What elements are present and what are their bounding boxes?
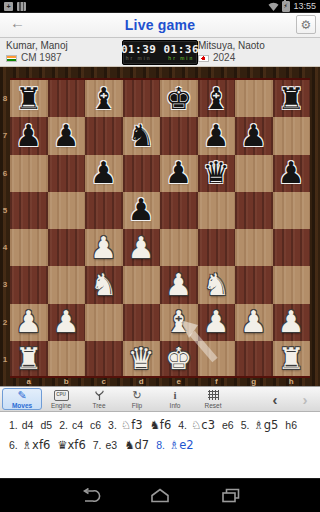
- gear-icon: ⚙: [301, 19, 312, 31]
- file-label-b: b: [48, 378, 86, 386]
- game-clock: 01:39 hr min 01:36 hr min: [122, 40, 198, 65]
- piece-white-P-b2: ♟: [53, 307, 80, 337]
- file-label-f: f: [198, 378, 236, 386]
- piece-black-P-a7: ♟: [15, 121, 42, 151]
- move-token[interactable]: 8.: [156, 439, 165, 451]
- move-token[interactable]: 3.: [108, 419, 117, 431]
- move-line-2: 6.♗xf6♛xf67.e3♞d78.♗e2: [9, 439, 320, 452]
- square-e7[interactable]: [160, 117, 198, 154]
- square-c4[interactable]: ♟: [85, 229, 123, 266]
- piece-white-P-h2: ♟: [278, 307, 305, 337]
- file-labels: abcdefgh: [10, 376, 310, 386]
- piece-black-P-c6: ♟: [90, 158, 117, 188]
- reset-label: Reset: [205, 402, 222, 409]
- move-list: 1.d4d52.c4c63.♘f3♞f64.♘c3e65.♗g5h6 6.♗xf…: [0, 412, 320, 478]
- file-label-d: d: [123, 378, 161, 386]
- wifi-icon: [268, 2, 279, 11]
- move-line-1: 1.d4d52.c4c63.♘f3♞f64.♘c3e65.♗g5h6: [9, 419, 320, 432]
- piece-black-P-h6: ♟: [278, 158, 305, 188]
- page-title: Live game: [125, 17, 195, 33]
- square-g7[interactable]: ♟: [235, 117, 273, 154]
- square-e4[interactable]: [160, 229, 198, 266]
- square-b7[interactable]: ♟: [48, 117, 86, 154]
- rank-label-8: 8: [0, 80, 10, 117]
- file-label-h: h: [273, 378, 311, 386]
- reset-button[interactable]: Reset: [194, 387, 232, 411]
- move-token[interactable]: ♗g5: [253, 418, 278, 432]
- move-token[interactable]: ♘c3: [191, 418, 215, 432]
- move-token[interactable]: 6.: [9, 439, 18, 451]
- piece-black-N-d7: ♞: [128, 121, 155, 151]
- android-nav-bar: [0, 478, 320, 512]
- square-d6[interactable]: [123, 155, 161, 192]
- settings-button[interactable]: ⚙: [296, 15, 316, 34]
- square-e1[interactable]: ♚: [160, 341, 198, 378]
- grid-icon: [208, 390, 219, 401]
- battery-icon: [282, 1, 290, 12]
- square-f6[interactable]: ♛: [198, 155, 236, 192]
- move-token[interactable]: h6: [285, 419, 297, 431]
- piece-white-P-c4: ♟: [90, 233, 117, 263]
- square-c3[interactable]: ♞: [85, 266, 123, 303]
- square-h6[interactable]: ♟: [273, 155, 311, 192]
- pencil-icon: ✎: [17, 390, 26, 401]
- square-g5[interactable]: [235, 192, 273, 229]
- players-bar: Kumar, Manoj CM 1987 01:39 hr min 01:36 …: [0, 38, 320, 67]
- white-clock: 01:39 hr min: [121, 41, 157, 64]
- app-window: + 13:55 ← Live game ⚙ Kumar, Manoj CM 19…: [0, 0, 320, 512]
- square-a4[interactable]: [10, 229, 48, 266]
- piece-white-B-e2: ♝: [165, 307, 192, 337]
- move-token[interactable]: ♛xf6: [57, 438, 85, 452]
- piece-black-R-a8: ♜: [15, 84, 42, 114]
- square-b1[interactable]: [48, 341, 86, 378]
- piece-black-P-f7: ♟: [203, 121, 230, 151]
- black-player-name: Mitsuya, Naoto: [198, 40, 320, 52]
- rank-label-5: 5: [0, 192, 10, 229]
- rotate-icon: ↻: [132, 390, 141, 401]
- square-c7[interactable]: [85, 117, 123, 154]
- tree-button[interactable]: Tree: [80, 387, 118, 411]
- piece-black-P-e6: ♟: [165, 158, 192, 188]
- square-g3[interactable]: [235, 266, 273, 303]
- move-token[interactable]: e3: [106, 439, 118, 451]
- next-move-button[interactable]: ›: [290, 387, 320, 411]
- move-token[interactable]: ♞f6: [150, 418, 172, 432]
- board-area: 87654321 ♜♝♚♝♜♟♟♞♟♟♟♟♛♟♟♟♟♞♟♞♟♟♝♟♟♟♜♛♚♜ …: [0, 67, 320, 386]
- move-token[interactable]: 1.: [9, 419, 18, 431]
- piece-black-R-h8: ♜: [278, 84, 305, 114]
- file-label-c: c: [85, 378, 123, 386]
- square-g4[interactable]: [235, 229, 273, 266]
- piece-white-P-a2: ♟: [15, 307, 42, 337]
- square-f5[interactable]: [198, 192, 236, 229]
- board-grid: ♜♝♚♝♜♟♟♞♟♟♟♟♛♟♟♟♟♞♟♞♟♟♝♟♟♟♜♛♚♜: [10, 78, 310, 378]
- recent-apps-icon[interactable]: [219, 488, 241, 503]
- rank-label-4: 4: [0, 229, 10, 266]
- move-token[interactable]: d5: [40, 419, 52, 431]
- black-clock-time: 01:36: [164, 44, 200, 55]
- square-h3[interactable]: [273, 266, 311, 303]
- square-h5[interactable]: [273, 192, 311, 229]
- square-b6[interactable]: [48, 155, 86, 192]
- toolbar: ✎ Moves CPU Engine Tree ↻ Flip i Info Re…: [0, 386, 320, 412]
- piece-black-B-f8: ♝: [203, 84, 230, 114]
- square-a1[interactable]: ♜: [10, 341, 48, 378]
- file-label-a: a: [10, 378, 48, 386]
- piece-black-B-c8: ♝: [90, 84, 117, 114]
- square-h7[interactable]: [273, 117, 311, 154]
- move-token[interactable]: c6: [90, 419, 101, 431]
- white-clock-labels: hr min: [126, 55, 152, 62]
- square-c1[interactable]: [85, 341, 123, 378]
- engine-label: Engine: [51, 402, 71, 409]
- piece-black-K-e8: ♚: [165, 84, 192, 114]
- square-h4[interactable]: [273, 229, 311, 266]
- square-b4[interactable]: [48, 229, 86, 266]
- square-d1[interactable]: ♛: [123, 341, 161, 378]
- piece-black-P-g7: ♟: [240, 121, 267, 151]
- square-e5[interactable]: [160, 192, 198, 229]
- square-f3[interactable]: ♞: [198, 266, 236, 303]
- black-clock-labels: hr min: [168, 55, 194, 62]
- home-icon[interactable]: [149, 488, 171, 503]
- info-label: Info: [170, 402, 181, 409]
- rank-label-7: 7: [0, 117, 10, 154]
- square-h2[interactable]: ♟: [273, 304, 311, 341]
- square-c8[interactable]: ♝: [85, 80, 123, 117]
- move-token[interactable]: ♗xf6: [22, 438, 50, 452]
- square-a2[interactable]: ♟: [10, 304, 48, 341]
- piece-white-R-a1: ♜: [15, 344, 42, 374]
- tree-label: Tree: [92, 402, 105, 409]
- square-d5[interactable]: ♟: [123, 192, 161, 229]
- square-a8[interactable]: ♜: [10, 80, 48, 117]
- move-token[interactable]: 5.: [241, 419, 250, 431]
- square-g6[interactable]: [235, 155, 273, 192]
- notification-plus-icon: +: [4, 2, 13, 11]
- square-a5[interactable]: [10, 192, 48, 229]
- black-player-rating: 2024: [213, 52, 235, 64]
- piece-white-P-g2: ♟: [240, 307, 267, 337]
- previous-move-button[interactable]: ‹: [260, 387, 290, 411]
- tree-icon: [94, 390, 105, 401]
- square-a7[interactable]: ♟: [10, 117, 48, 154]
- piece-black-Q-f6: ♛: [203, 158, 230, 188]
- india-flag-icon: [6, 55, 17, 62]
- white-player-rating: CM 1987: [21, 52, 62, 64]
- piece-black-P-d5: ♟: [128, 195, 155, 225]
- move-token[interactable]: 2.: [59, 419, 68, 431]
- square-b8[interactable]: [48, 80, 86, 117]
- square-g2[interactable]: ♟: [235, 304, 273, 341]
- file-label-e: e: [160, 378, 198, 386]
- info-icon: i: [173, 390, 176, 401]
- square-e8[interactable]: ♚: [160, 80, 198, 117]
- piece-white-K-e1: ♚: [165, 344, 192, 374]
- square-c6[interactable]: ♟: [85, 155, 123, 192]
- black-clock: 01:36 hr min: [164, 41, 200, 64]
- flip-label: Flip: [132, 402, 142, 409]
- flip-button[interactable]: ↻ Flip: [118, 387, 156, 411]
- square-d2[interactable]: [123, 304, 161, 341]
- cpu-icon: CPU: [54, 390, 69, 401]
- move-token[interactable]: ♗e2: [169, 438, 194, 452]
- file-label-g: g: [235, 378, 273, 386]
- header: ← Live game ⚙: [0, 13, 320, 38]
- square-h8[interactable]: ♜: [273, 80, 311, 117]
- square-e6[interactable]: ♟: [160, 155, 198, 192]
- move-token[interactable]: 4.: [178, 419, 187, 431]
- square-d7[interactable]: ♞: [123, 117, 161, 154]
- square-f1[interactable]: [198, 341, 236, 378]
- square-g8[interactable]: [235, 80, 273, 117]
- move-token[interactable]: ♞d7: [124, 438, 149, 452]
- square-d4[interactable]: ♟: [123, 229, 161, 266]
- square-g1[interactable]: [235, 341, 273, 378]
- piece-white-R-h1: ♜: [278, 344, 305, 374]
- square-d3[interactable]: [123, 266, 161, 303]
- piece-black-P-b7: ♟: [53, 121, 80, 151]
- square-f4[interactable]: [198, 229, 236, 266]
- square-e3[interactable]: ♟: [160, 266, 198, 303]
- square-d8[interactable]: [123, 80, 161, 117]
- black-player: Mitsuya, Naoto 2024: [196, 38, 320, 66]
- white-clock-time: 01:39: [121, 44, 157, 55]
- rank-labels: 87654321: [0, 80, 10, 378]
- square-c5[interactable]: [85, 192, 123, 229]
- move-token[interactable]: d4: [22, 419, 34, 431]
- move-token[interactable]: ♘f3: [121, 418, 143, 432]
- rank-label-6: 6: [0, 155, 10, 192]
- piece-white-P-e3: ♟: [165, 270, 192, 300]
- move-token[interactable]: c4: [72, 419, 83, 431]
- piece-white-N-f3: ♞: [203, 270, 230, 300]
- square-e2[interactable]: ♝: [160, 304, 198, 341]
- info-button[interactable]: i Info: [156, 387, 194, 411]
- moves-button[interactable]: ✎ Moves: [2, 388, 42, 410]
- rank-label-3: 3: [0, 266, 10, 303]
- square-b5[interactable]: [48, 192, 86, 229]
- square-f8[interactable]: ♝: [198, 80, 236, 117]
- piece-white-P-d4: ♟: [128, 233, 155, 263]
- move-token[interactable]: e6: [222, 419, 234, 431]
- rank-label-1: 1: [0, 341, 10, 378]
- back-arrow-icon[interactable]: ←: [10, 14, 25, 31]
- piece-white-Q-d1: ♛: [128, 344, 155, 374]
- moves-label: Moves: [12, 402, 32, 409]
- engine-button[interactable]: CPU Engine: [42, 387, 80, 411]
- japan-flag-icon: [198, 55, 209, 62]
- square-a6[interactable]: [10, 155, 48, 192]
- square-a3[interactable]: [10, 266, 48, 303]
- square-h1[interactable]: ♜: [273, 341, 311, 378]
- square-b2[interactable]: ♟: [48, 304, 86, 341]
- square-f7[interactable]: ♟: [198, 117, 236, 154]
- notification-bars-icon: [17, 2, 26, 11]
- square-f2[interactable]: ♟: [198, 304, 236, 341]
- move-token[interactable]: 7.: [93, 439, 102, 451]
- status-time: 13:55: [293, 1, 316, 11]
- piece-white-P-f2: ♟: [203, 307, 230, 337]
- status-bar: + 13:55: [0, 0, 320, 13]
- rank-label-2: 2: [0, 304, 10, 341]
- square-b3[interactable]: [48, 266, 86, 303]
- piece-white-N-c3: ♞: [90, 270, 117, 300]
- back-icon[interactable]: [79, 488, 101, 503]
- square-c2[interactable]: [85, 304, 123, 341]
